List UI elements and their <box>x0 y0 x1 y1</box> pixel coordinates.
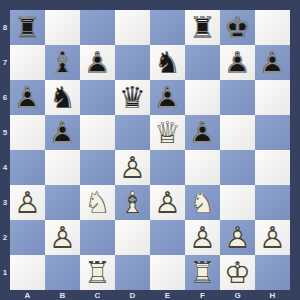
piece-white-knight[interactable]: ♞♘ <box>80 185 115 220</box>
square-b4[interactable] <box>45 150 80 185</box>
white-pawn-glyph: ♟ <box>220 220 255 255</box>
piece-black-knight[interactable]: ♞♘ <box>45 80 80 115</box>
file-label-f: F <box>185 290 220 300</box>
square-d1[interactable] <box>115 255 150 290</box>
black-bishop-glyph: ♝ <box>45 45 80 80</box>
white-rook-glyph: ♜ <box>185 255 220 290</box>
file-label-e: E <box>150 290 185 300</box>
square-g8[interactable]: ♚♔ <box>220 10 255 45</box>
square-a4[interactable] <box>10 150 45 185</box>
black-knight-glyph: ♞ <box>45 80 80 115</box>
white-pawn-glyph: ♟ <box>185 220 220 255</box>
white-pawn-outline-glyph: ♙ <box>220 220 255 255</box>
rank-label-3: 3 <box>0 185 10 220</box>
white-king-outline-glyph: ♔ <box>220 255 255 290</box>
square-g1[interactable]: ♚♔ <box>220 255 255 290</box>
square-b2[interactable]: ♟♙ <box>45 220 80 255</box>
black-queen-glyph: ♛ <box>115 80 150 115</box>
square-d3[interactable]: ♝♗ <box>115 185 150 220</box>
piece-black-pawn[interactable]: ♟♙ <box>185 115 220 150</box>
square-d5[interactable] <box>115 115 150 150</box>
black-pawn-glyph: ♟ <box>45 115 80 150</box>
black-queen-outline-glyph: ♕ <box>115 80 150 115</box>
square-h1[interactable] <box>255 255 290 290</box>
piece-black-pawn[interactable]: ♟♙ <box>220 45 255 80</box>
piece-black-pawn[interactable]: ♟♙ <box>80 45 115 80</box>
black-king-outline-glyph: ♔ <box>220 10 255 45</box>
square-e2[interactable] <box>150 220 185 255</box>
black-knight-outline-glyph: ♘ <box>150 45 185 80</box>
white-knight-glyph: ♞ <box>185 185 220 220</box>
square-f3[interactable]: ♞♘ <box>185 185 220 220</box>
black-pawn-outline-glyph: ♙ <box>150 80 185 115</box>
piece-white-rook[interactable]: ♜♖ <box>185 255 220 290</box>
square-c4[interactable] <box>80 150 115 185</box>
square-c8[interactable] <box>80 10 115 45</box>
square-h2[interactable]: ♟♙ <box>255 220 290 255</box>
rank-label-7: 7 <box>0 45 10 80</box>
piece-white-pawn[interactable]: ♟♙ <box>45 220 80 255</box>
file-label-b: B <box>45 290 80 300</box>
white-pawn-outline-glyph: ♙ <box>150 185 185 220</box>
square-f7[interactable] <box>185 45 220 80</box>
square-a5[interactable] <box>10 115 45 150</box>
square-d8[interactable] <box>115 10 150 45</box>
square-e5[interactable]: ♛♕ <box>150 115 185 150</box>
square-c3[interactable]: ♞♘ <box>80 185 115 220</box>
square-d7[interactable] <box>115 45 150 80</box>
square-b7[interactable]: ♝♗ <box>45 45 80 80</box>
piece-white-rook[interactable]: ♜♖ <box>80 255 115 290</box>
piece-black-rook[interactable]: ♜♖ <box>10 10 45 45</box>
black-pawn-outline-glyph: ♙ <box>45 115 80 150</box>
square-a1[interactable] <box>10 255 45 290</box>
white-pawn-outline-glyph: ♙ <box>255 220 290 255</box>
black-pawn-glyph: ♟ <box>220 45 255 80</box>
white-bishop-glyph: ♝ <box>115 185 150 220</box>
white-pawn-outline-glyph: ♙ <box>115 150 150 185</box>
piece-black-bishop[interactable]: ♝♗ <box>45 45 80 80</box>
square-g5[interactable] <box>220 115 255 150</box>
white-pawn-glyph: ♟ <box>10 185 45 220</box>
square-e4[interactable] <box>150 150 185 185</box>
rank-label-4: 4 <box>0 150 10 185</box>
rank-labels: 8 7 6 5 4 3 2 1 <box>0 10 10 290</box>
piece-white-queen[interactable]: ♛♕ <box>150 115 185 150</box>
black-king-glyph: ♚ <box>220 10 255 45</box>
square-c5[interactable] <box>80 115 115 150</box>
black-pawn-outline-glyph: ♙ <box>255 45 290 80</box>
square-b6[interactable]: ♞♘ <box>45 80 80 115</box>
piece-white-king[interactable]: ♚♔ <box>220 255 255 290</box>
black-pawn-glyph: ♟ <box>80 45 115 80</box>
piece-white-pawn[interactable]: ♟♙ <box>185 220 220 255</box>
piece-white-bishop[interactable]: ♝♗ <box>115 185 150 220</box>
black-pawn-outline-glyph: ♙ <box>80 45 115 80</box>
square-e1[interactable] <box>150 255 185 290</box>
square-a3[interactable]: ♟♙ <box>10 185 45 220</box>
file-label-d: D <box>115 290 150 300</box>
black-pawn-glyph: ♟ <box>255 45 290 80</box>
white-rook-outline-glyph: ♖ <box>185 255 220 290</box>
square-h3[interactable] <box>255 185 290 220</box>
white-bishop-outline-glyph: ♗ <box>115 185 150 220</box>
square-e8[interactable] <box>150 10 185 45</box>
square-e6[interactable]: ♟♙ <box>150 80 185 115</box>
rank-label-6: 6 <box>0 80 10 115</box>
white-rook-outline-glyph: ♖ <box>80 255 115 290</box>
chess-board: ♜♖♜♖♚♔♝♗♟♙♞♘♟♙♟♙♟♙♞♘♛♕♟♙♟♙♛♕♟♙♟♙♟♙♞♘♝♗♟♙… <box>10 10 290 290</box>
piece-black-rook[interactable]: ♜♖ <box>185 10 220 45</box>
white-pawn-outline-glyph: ♙ <box>10 185 45 220</box>
square-d4[interactable]: ♟♙ <box>115 150 150 185</box>
white-queen-outline-glyph: ♕ <box>150 115 185 150</box>
file-label-h: H <box>255 290 290 300</box>
black-rook-outline-glyph: ♖ <box>10 10 45 45</box>
square-c7[interactable]: ♟♙ <box>80 45 115 80</box>
black-rook-glyph: ♜ <box>185 10 220 45</box>
piece-black-pawn[interactable]: ♟♙ <box>150 80 185 115</box>
square-f2[interactable]: ♟♙ <box>185 220 220 255</box>
square-b8[interactable] <box>45 10 80 45</box>
square-a7[interactable] <box>10 45 45 80</box>
square-e3[interactable]: ♟♙ <box>150 185 185 220</box>
rank-label-2: 2 <box>0 220 10 255</box>
piece-white-pawn[interactable]: ♟♙ <box>255 220 290 255</box>
square-a2[interactable] <box>10 220 45 255</box>
square-b3[interactable] <box>45 185 80 220</box>
piece-white-pawn[interactable]: ♟♙ <box>10 185 45 220</box>
square-h6[interactable] <box>255 80 290 115</box>
white-pawn-outline-glyph: ♙ <box>185 220 220 255</box>
black-rook-glyph: ♜ <box>10 10 45 45</box>
black-rook-outline-glyph: ♖ <box>185 10 220 45</box>
file-label-c: C <box>80 290 115 300</box>
square-g6[interactable] <box>220 80 255 115</box>
square-f5[interactable]: ♟♙ <box>185 115 220 150</box>
white-pawn-outline-glyph: ♙ <box>45 220 80 255</box>
square-e7[interactable]: ♞♘ <box>150 45 185 80</box>
white-pawn-glyph: ♟ <box>255 220 290 255</box>
white-rook-glyph: ♜ <box>80 255 115 290</box>
black-pawn-glyph: ♟ <box>150 80 185 115</box>
square-h8[interactable] <box>255 10 290 45</box>
file-label-a: A <box>10 290 45 300</box>
chess-board-frame: 8 7 6 5 4 3 2 1 ♜♖♜♖♚♔♝♗♟♙♞♘♟♙♟♙♟♙♞♘♛♕♟♙… <box>0 0 300 300</box>
black-pawn-glyph: ♟ <box>10 80 45 115</box>
square-f8[interactable]: ♜♖ <box>185 10 220 45</box>
rank-label-8: 8 <box>0 10 10 45</box>
square-a8[interactable]: ♜♖ <box>10 10 45 45</box>
piece-black-pawn[interactable]: ♟♙ <box>45 115 80 150</box>
piece-black-knight[interactable]: ♞♘ <box>150 45 185 80</box>
file-label-g: G <box>220 290 255 300</box>
rank-label-1: 1 <box>0 255 10 290</box>
square-f4[interactable] <box>185 150 220 185</box>
piece-black-queen[interactable]: ♛♕ <box>115 80 150 115</box>
square-b1[interactable] <box>45 255 80 290</box>
piece-white-pawn[interactable]: ♟♙ <box>150 185 185 220</box>
white-pawn-glyph: ♟ <box>45 220 80 255</box>
white-queen-glyph: ♛ <box>150 115 185 150</box>
square-h5[interactable] <box>255 115 290 150</box>
black-pawn-outline-glyph: ♙ <box>185 115 220 150</box>
square-c2[interactable] <box>80 220 115 255</box>
white-pawn-glyph: ♟ <box>115 150 150 185</box>
piece-white-pawn[interactable]: ♟♙ <box>220 220 255 255</box>
square-c1[interactable]: ♜♖ <box>80 255 115 290</box>
white-king-glyph: ♚ <box>220 255 255 290</box>
square-a6[interactable]: ♟♙ <box>10 80 45 115</box>
rank-label-5: 5 <box>0 115 10 150</box>
piece-black-king[interactable]: ♚♔ <box>220 10 255 45</box>
black-knight-outline-glyph: ♘ <box>45 80 80 115</box>
piece-white-pawn[interactable]: ♟♙ <box>115 150 150 185</box>
square-f6[interactable] <box>185 80 220 115</box>
white-knight-glyph: ♞ <box>80 185 115 220</box>
black-pawn-outline-glyph: ♙ <box>220 45 255 80</box>
square-g2[interactable]: ♟♙ <box>220 220 255 255</box>
white-knight-outline-glyph: ♘ <box>80 185 115 220</box>
piece-black-pawn[interactable]: ♟♙ <box>255 45 290 80</box>
black-pawn-glyph: ♟ <box>185 115 220 150</box>
black-knight-glyph: ♞ <box>150 45 185 80</box>
piece-white-knight[interactable]: ♞♘ <box>185 185 220 220</box>
white-knight-outline-glyph: ♘ <box>185 185 220 220</box>
square-c6[interactable] <box>80 80 115 115</box>
black-pawn-outline-glyph: ♙ <box>10 80 45 115</box>
black-bishop-outline-glyph: ♗ <box>45 45 80 80</box>
square-h4[interactable] <box>255 150 290 185</box>
square-b5[interactable]: ♟♙ <box>45 115 80 150</box>
square-h7[interactable]: ♟♙ <box>255 45 290 80</box>
square-f1[interactable]: ♜♖ <box>185 255 220 290</box>
square-g3[interactable] <box>220 185 255 220</box>
square-g7[interactable]: ♟♙ <box>220 45 255 80</box>
square-g4[interactable] <box>220 150 255 185</box>
square-d6[interactable]: ♛♕ <box>115 80 150 115</box>
piece-black-pawn[interactable]: ♟♙ <box>10 80 45 115</box>
square-d2[interactable] <box>115 220 150 255</box>
white-pawn-glyph: ♟ <box>150 185 185 220</box>
file-labels: A B C D E F G H <box>10 290 290 300</box>
